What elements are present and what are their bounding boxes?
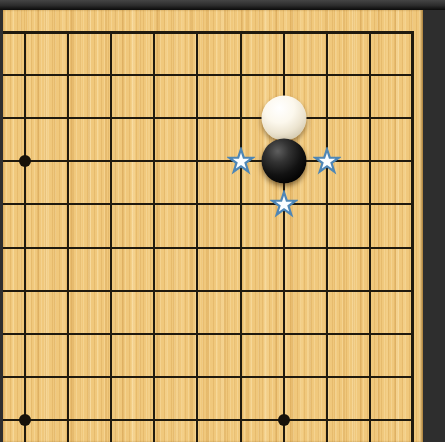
grid-line-vertical <box>110 31 112 442</box>
grid-line-vertical <box>67 31 69 442</box>
grid-line-vertical <box>326 31 328 442</box>
hoshi-point-Q10 <box>278 414 290 426</box>
hoshi-point-K10 <box>19 414 31 426</box>
grid-line-horizontal <box>3 333 414 335</box>
grid-line-vertical <box>196 31 198 442</box>
move-choice-star-Q15[interactable] <box>270 190 298 218</box>
grid-line-horizontal <box>3 117 414 119</box>
top-bar <box>0 0 445 10</box>
board-top-edge-line <box>3 31 414 34</box>
go-board[interactable] <box>3 10 423 442</box>
white-stone-Q17 <box>261 96 306 141</box>
move-choice-star-R16[interactable] <box>313 147 341 175</box>
move-choice-star-P16[interactable] <box>227 147 255 175</box>
grid-line-vertical <box>153 31 155 442</box>
board-right-edge-line <box>411 31 414 442</box>
grid-line-horizontal <box>3 160 414 162</box>
grid-line-horizontal <box>3 247 414 249</box>
grid-line-vertical <box>283 31 285 442</box>
grid-line-horizontal <box>3 203 414 205</box>
grid-line-horizontal <box>3 419 414 421</box>
grid-line-horizontal <box>3 74 414 76</box>
grid-line-horizontal <box>3 290 414 292</box>
grid-line-vertical <box>240 31 242 442</box>
grid-line-horizontal <box>3 376 414 378</box>
grid-line-vertical <box>24 31 26 442</box>
grid-line-vertical <box>369 31 371 442</box>
black-stone-Q16 <box>261 139 306 184</box>
hoshi-point-K16 <box>19 155 31 167</box>
